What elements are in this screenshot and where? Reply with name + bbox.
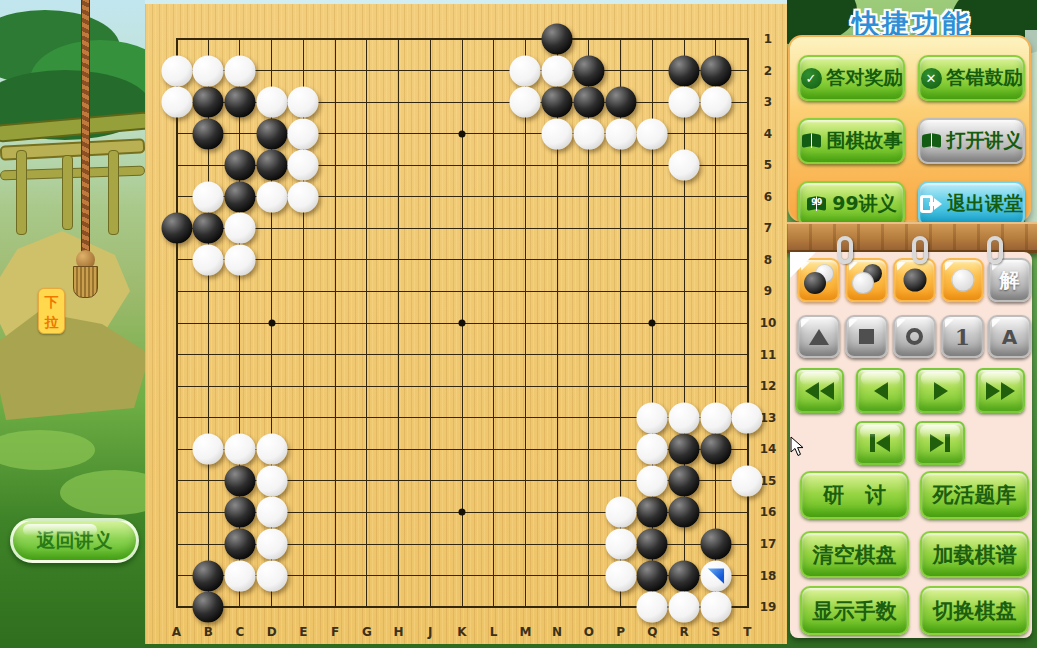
column-label: Q xyxy=(647,625,657,639)
stone-black-O3 xyxy=(573,87,604,118)
stone-black-Q17 xyxy=(637,528,668,559)
column-label: F xyxy=(331,625,339,639)
solve-button[interactable]: 解 xyxy=(988,258,1031,302)
open-book-icon xyxy=(921,133,942,149)
stone-black-B4 xyxy=(193,118,224,149)
stone-white-Q13 xyxy=(637,402,668,433)
letter-marker-icon: A xyxy=(1002,327,1017,347)
square-marker-button[interactable] xyxy=(845,315,888,358)
book-99-icon: 99 xyxy=(806,196,827,212)
stone-white-O4 xyxy=(573,118,604,149)
stone-white-B14 xyxy=(193,434,224,465)
stone-white-R3 xyxy=(669,87,700,118)
stone-white-D6 xyxy=(256,181,287,212)
discuss-button-label: 研 讨 xyxy=(823,481,886,509)
first-move-button[interactable] xyxy=(855,421,905,465)
stone-white-C14 xyxy=(224,434,255,465)
show-move-numbers-button[interactable]: 显示手数 xyxy=(800,586,909,635)
stone-white-T13 xyxy=(732,402,763,433)
column-label: E xyxy=(299,625,307,639)
star-point xyxy=(458,130,465,137)
show-move-numbers-button-label: 显示手数 xyxy=(813,597,897,625)
grass-art xyxy=(0,430,95,470)
quick-button-6[interactable]: 退出课堂 xyxy=(918,181,1025,227)
grid-line xyxy=(525,38,526,608)
tools-panel xyxy=(790,252,1032,638)
stone-white-P18 xyxy=(605,560,636,591)
column-label: M xyxy=(519,625,531,639)
row-label: 11 xyxy=(760,348,777,362)
stone-black-R15 xyxy=(669,465,700,496)
stone-white-R13 xyxy=(669,402,700,433)
row-label: 2 xyxy=(764,64,772,78)
stone-black-D5 xyxy=(256,150,287,181)
stone-white-E6 xyxy=(288,181,319,212)
switch-board-button[interactable]: 切换棋盘 xyxy=(920,586,1029,635)
stone-black-C3 xyxy=(224,87,255,118)
play-icon xyxy=(934,382,948,400)
stone-white-R19 xyxy=(669,592,700,623)
stone-white-D16 xyxy=(256,497,287,528)
go-board[interactable]: ABCDEFGHJKLMNOPQRST123456789101112131415… xyxy=(145,4,787,644)
rewind-icon xyxy=(805,382,819,400)
column-label: A xyxy=(172,625,181,639)
stone-black-P3 xyxy=(605,87,636,118)
black-stone-button[interactable] xyxy=(893,258,936,302)
star-point xyxy=(458,320,465,327)
circle-marker-icon xyxy=(906,328,923,345)
stone-white-D18 xyxy=(256,560,287,591)
stone-white-R5 xyxy=(669,150,700,181)
column-label: B xyxy=(204,625,213,639)
clear-board-button[interactable]: 清空棋盘 xyxy=(800,531,909,578)
row-label: 17 xyxy=(760,537,777,551)
triangle-marker-icon xyxy=(809,329,829,345)
row-label: 3 xyxy=(764,95,772,109)
stone-white-C18 xyxy=(224,560,255,591)
white-black-pair-button[interactable] xyxy=(845,258,888,302)
stone-black-S17 xyxy=(700,528,731,559)
play-button[interactable] xyxy=(916,368,965,413)
solve-button-label: 解 xyxy=(1000,267,1020,294)
step-forward-icon xyxy=(1001,382,1015,400)
quick-button-2[interactable]: ✕答错鼓励 xyxy=(918,55,1025,101)
row-label: 10 xyxy=(760,316,777,330)
discuss-button[interactable]: 研 讨 xyxy=(800,471,909,519)
x-circle-icon: ✕ xyxy=(921,68,942,89)
column-label: K xyxy=(457,625,466,639)
stone-white-D15 xyxy=(256,465,287,496)
quick-button-label: 围棋故事 xyxy=(827,128,903,154)
triangle-marker-button[interactable] xyxy=(797,315,840,358)
stone-black-D4 xyxy=(256,118,287,149)
clear-board-button-label: 清空棋盘 xyxy=(813,541,897,569)
column-label: R xyxy=(679,625,688,639)
row-label: 12 xyxy=(760,379,777,393)
white-stone-icon xyxy=(951,269,974,292)
check-circle-icon: ✓ xyxy=(801,68,822,89)
black-stone-icon xyxy=(804,272,826,294)
first-move-icon xyxy=(876,434,890,452)
stone-white-S13 xyxy=(700,402,731,433)
pull-down-tab[interactable]: 下拉 xyxy=(38,288,65,334)
stone-white-S18 xyxy=(700,560,731,591)
stone-white-C7 xyxy=(224,213,255,244)
stone-white-D17 xyxy=(256,528,287,559)
stone-black-R2 xyxy=(669,55,700,86)
stone-white-N4 xyxy=(542,118,573,149)
column-label: J xyxy=(428,625,432,639)
life-death-problems-button-label: 死活题库 xyxy=(933,481,1017,509)
app-window: 下拉 返回讲义 ABCDEFGHJKLMNOPQRST1234567891011… xyxy=(0,0,1037,648)
binder-ring-icon xyxy=(987,236,1003,264)
stone-white-M2 xyxy=(510,55,541,86)
row-label: 4 xyxy=(764,127,772,141)
column-label: T xyxy=(743,625,751,639)
circle-marker-button[interactable] xyxy=(893,315,936,358)
side-panel: 快捷功能 ✓答对奖励✕答错鼓励围棋故事打开讲义9999讲义退出课堂 解1A研 讨… xyxy=(787,0,1037,648)
stone-black-C5 xyxy=(224,150,255,181)
stone-black-B3 xyxy=(193,87,224,118)
life-death-problems-button[interactable]: 死活题库 xyxy=(920,471,1029,519)
letter-marker-button[interactable]: A xyxy=(988,315,1031,358)
star-point xyxy=(649,320,656,327)
book-icon xyxy=(801,133,822,149)
stone-black-C17 xyxy=(224,528,255,559)
switch-board-button-label: 切换棋盘 xyxy=(933,597,1017,625)
binder-ring-icon xyxy=(837,236,853,264)
load-game-record-button[interactable]: 加载棋谱 xyxy=(920,531,1029,578)
column-label: C xyxy=(236,625,245,639)
stone-white-E4 xyxy=(288,118,319,149)
bamboo-post-art xyxy=(16,150,27,235)
row-label: 9 xyxy=(764,284,772,298)
quick-button-label: 答错鼓励 xyxy=(947,65,1023,91)
quick-button-label: 99讲义 xyxy=(832,191,896,217)
first-move-icon xyxy=(870,434,875,452)
quick-panel: ✓答对奖励✕答错鼓励围棋故事打开讲义9999讲义退出课堂 xyxy=(788,35,1031,222)
step-back-button[interactable] xyxy=(856,368,905,413)
row-label: 6 xyxy=(764,190,772,204)
row-label: 1 xyxy=(764,32,772,46)
stone-white-B6 xyxy=(193,181,224,212)
stone-white-Q14 xyxy=(637,434,668,465)
column-label: G xyxy=(362,625,372,639)
row-label: 8 xyxy=(764,253,772,267)
stone-black-C16 xyxy=(224,497,255,528)
quick-button-1[interactable]: ✓答对奖励 xyxy=(798,55,905,101)
column-label: D xyxy=(267,625,277,639)
last-move-icon xyxy=(945,434,950,452)
stone-black-N3 xyxy=(542,87,573,118)
last-move-marker-icon xyxy=(707,568,724,584)
stone-white-C8 xyxy=(224,244,255,275)
stone-white-M3 xyxy=(510,87,541,118)
bamboo-post-art xyxy=(108,150,119,235)
grid-line xyxy=(493,38,494,608)
grid-line xyxy=(176,386,749,387)
last-move-button[interactable] xyxy=(915,421,965,465)
row-label: 19 xyxy=(760,600,777,614)
quick-button-label: 答对奖励 xyxy=(827,65,903,91)
stone-black-R16 xyxy=(669,497,700,528)
row-label: 18 xyxy=(760,569,777,583)
column-label: H xyxy=(394,625,404,639)
rope-art xyxy=(81,0,90,256)
stone-black-S2 xyxy=(700,55,731,86)
star-point xyxy=(458,509,465,516)
column-label: P xyxy=(616,625,625,639)
black-white-pair-button[interactable] xyxy=(797,258,840,302)
stone-white-B2 xyxy=(193,55,224,86)
row-label: 14 xyxy=(760,442,777,456)
number-marker-button[interactable]: 1 xyxy=(941,315,984,358)
load-game-record-button-label: 加载棋谱 xyxy=(933,541,1017,569)
quick-button-3[interactable]: 围棋故事 xyxy=(798,118,905,164)
last-move-icon xyxy=(930,434,944,452)
stone-black-S14 xyxy=(700,434,731,465)
back-to-lecture-button[interactable]: 返回讲义 xyxy=(10,518,139,563)
stone-black-C6 xyxy=(224,181,255,212)
tassel-icon xyxy=(73,266,98,298)
stone-white-Q4 xyxy=(637,118,668,149)
quick-button-label: 打开讲义 xyxy=(947,128,1023,154)
stone-white-T15 xyxy=(732,465,763,496)
stone-white-N2 xyxy=(542,55,573,86)
stone-white-Q19 xyxy=(637,592,668,623)
row-label: 16 xyxy=(760,505,777,519)
row-label: 5 xyxy=(764,158,772,172)
stone-white-P17 xyxy=(605,528,636,559)
step-forward-button[interactable] xyxy=(976,368,1025,413)
bamboo-post-art xyxy=(62,155,73,230)
stone-black-C15 xyxy=(224,465,255,496)
stone-black-Q16 xyxy=(637,497,668,528)
square-marker-icon xyxy=(859,329,874,344)
stone-black-O2 xyxy=(573,55,604,86)
column-label: O xyxy=(584,625,594,639)
rewind-button[interactable] xyxy=(795,368,844,413)
stone-white-B8 xyxy=(193,244,224,275)
white-stone-button[interactable] xyxy=(941,258,984,302)
stone-black-R18 xyxy=(669,560,700,591)
stone-black-N1 xyxy=(542,24,573,55)
binder-ring-icon xyxy=(912,236,928,264)
quick-button-4[interactable]: 打开讲义 xyxy=(918,118,1025,164)
grid-line xyxy=(747,38,749,608)
step-forward-icon xyxy=(986,382,1000,400)
stone-white-C2 xyxy=(224,55,255,86)
stone-white-A3 xyxy=(161,87,192,118)
column-label: S xyxy=(711,625,720,639)
stone-white-A2 xyxy=(161,55,192,86)
column-label: N xyxy=(552,625,562,639)
stone-white-D3 xyxy=(256,87,287,118)
row-label: 7 xyxy=(764,221,772,235)
white-stone-icon xyxy=(852,272,874,294)
stone-black-A7 xyxy=(161,213,192,244)
number-marker-icon: 1 xyxy=(955,326,970,348)
stone-white-S3 xyxy=(700,87,731,118)
stone-white-P16 xyxy=(605,497,636,528)
stone-white-P4 xyxy=(605,118,636,149)
grid-line xyxy=(176,354,749,355)
black-stone-icon xyxy=(903,269,926,292)
quick-button-label: 退出课堂 xyxy=(947,191,1023,217)
stone-black-B18 xyxy=(193,560,224,591)
step-back-icon xyxy=(874,382,888,400)
stone-white-D14 xyxy=(256,434,287,465)
column-label: L xyxy=(490,625,498,639)
stone-black-B19 xyxy=(193,592,224,623)
grid-line xyxy=(715,38,716,608)
background-scene: 下拉 返回讲义 xyxy=(0,0,145,648)
stone-black-Q18 xyxy=(637,560,668,591)
stone-white-E5 xyxy=(288,150,319,181)
stone-white-Q15 xyxy=(637,465,668,496)
stone-white-S19 xyxy=(700,592,731,623)
stone-black-B7 xyxy=(193,213,224,244)
exit-icon xyxy=(920,195,942,214)
rewind-icon xyxy=(820,382,834,400)
quick-button-5[interactable]: 9999讲义 xyxy=(798,181,905,227)
star-point xyxy=(268,320,275,327)
grass-art xyxy=(60,470,145,515)
stone-white-E3 xyxy=(288,87,319,118)
stone-black-R14 xyxy=(669,434,700,465)
